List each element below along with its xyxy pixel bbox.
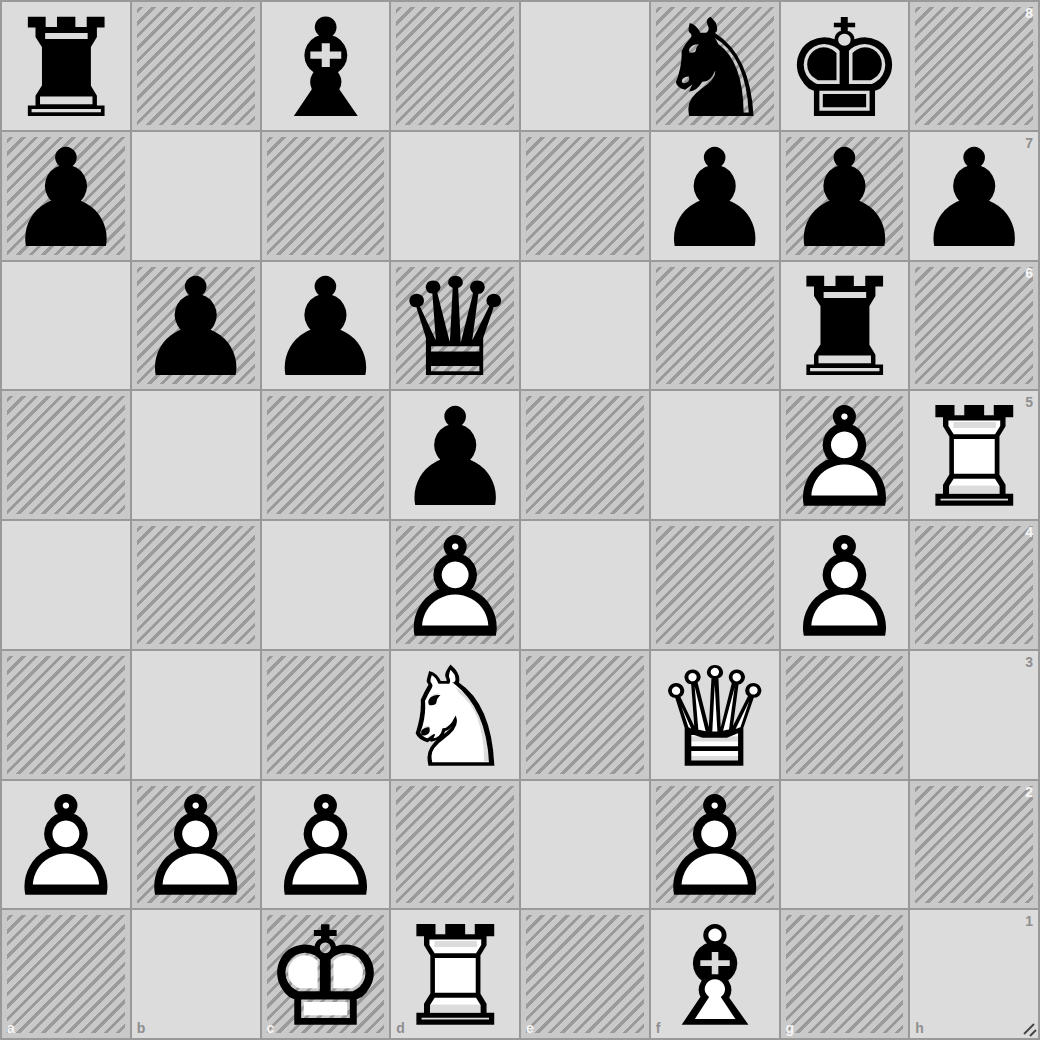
file-label-a: a bbox=[7, 1020, 15, 1036]
white-knight[interactable]: ♘ bbox=[391, 654, 519, 779]
square-b2[interactable]: ♟♙ bbox=[132, 781, 260, 909]
square-f8[interactable]: ♞ bbox=[651, 2, 779, 130]
resize-grip-icon[interactable] bbox=[1023, 1023, 1037, 1037]
square-f2[interactable]: ♟♙ bbox=[651, 781, 779, 909]
rank-label-4: 4 bbox=[1025, 524, 1033, 540]
file-label-g: g bbox=[786, 1020, 795, 1036]
file-label-h: h bbox=[915, 1020, 924, 1036]
square-d8[interactable] bbox=[391, 2, 519, 130]
square-a2[interactable]: ♟♙ bbox=[2, 781, 130, 909]
square-e8[interactable] bbox=[521, 2, 649, 130]
rank-label-2: 2 bbox=[1025, 784, 1033, 800]
square-g5[interactable]: ♟♙ bbox=[781, 391, 909, 519]
black-pawn[interactable]: ♟ bbox=[132, 265, 260, 390]
chess-board: ♜♝♞♚8♟♟♟♟7♟♟♛♜6♟♟♙♜♖5♟♙♟♙4♞♘♛♕3♟♙♟♙♟♙♟♙2… bbox=[0, 0, 1040, 1040]
square-c6[interactable]: ♟ bbox=[262, 262, 390, 390]
white-pawn[interactable]: ♙ bbox=[651, 784, 779, 909]
black-queen[interactable]: ♛ bbox=[391, 265, 519, 390]
square-a8[interactable]: ♜ bbox=[2, 2, 130, 130]
black-pawn[interactable]: ♟ bbox=[2, 135, 130, 260]
square-g3[interactable] bbox=[781, 651, 909, 779]
square-h8[interactable]: 8 bbox=[910, 2, 1038, 130]
square-e4[interactable] bbox=[521, 521, 649, 649]
black-pawn[interactable]: ♟ bbox=[651, 135, 779, 260]
rank-label-6: 6 bbox=[1025, 265, 1033, 281]
square-f4[interactable] bbox=[651, 521, 779, 649]
square-e7[interactable] bbox=[521, 132, 649, 260]
square-c7[interactable] bbox=[262, 132, 390, 260]
square-e5[interactable] bbox=[521, 391, 649, 519]
square-d7[interactable] bbox=[391, 132, 519, 260]
square-d4[interactable]: ♟♙ bbox=[391, 521, 519, 649]
square-h7[interactable]: ♟7 bbox=[910, 132, 1038, 260]
square-d3[interactable]: ♞♘ bbox=[391, 651, 519, 779]
square-e6[interactable] bbox=[521, 262, 649, 390]
rank-label-8: 8 bbox=[1025, 5, 1033, 21]
white-pawn[interactable]: ♙ bbox=[391, 524, 519, 649]
white-king[interactable]: ♔ bbox=[262, 913, 390, 1038]
square-a4[interactable] bbox=[2, 521, 130, 649]
square-g8[interactable]: ♚ bbox=[781, 2, 909, 130]
square-c3[interactable] bbox=[262, 651, 390, 779]
white-rook[interactable]: ♖ bbox=[910, 394, 1038, 519]
square-b7[interactable] bbox=[132, 132, 260, 260]
black-rook[interactable]: ♜ bbox=[2, 5, 130, 130]
white-bishop[interactable]: ♗ bbox=[651, 913, 779, 1038]
square-a5[interactable] bbox=[2, 391, 130, 519]
square-c2[interactable]: ♟♙ bbox=[262, 781, 390, 909]
square-h6[interactable]: 6 bbox=[910, 262, 1038, 390]
square-f5[interactable] bbox=[651, 391, 779, 519]
white-pawn[interactable]: ♙ bbox=[262, 784, 390, 909]
white-rook[interactable]: ♖ bbox=[391, 913, 519, 1038]
square-h5[interactable]: ♜♖5 bbox=[910, 391, 1038, 519]
white-queen[interactable]: ♕ bbox=[651, 654, 779, 779]
square-g2[interactable] bbox=[781, 781, 909, 909]
square-h1[interactable]: 1h bbox=[910, 910, 1038, 1038]
file-label-e: e bbox=[526, 1020, 534, 1036]
black-king[interactable]: ♚ bbox=[781, 5, 909, 130]
square-h4[interactable]: 4 bbox=[910, 521, 1038, 649]
square-e1[interactable]: e bbox=[521, 910, 649, 1038]
square-d1[interactable]: ♜♖d bbox=[391, 910, 519, 1038]
square-a3[interactable] bbox=[2, 651, 130, 779]
black-bishop[interactable]: ♝ bbox=[262, 5, 390, 130]
square-c5[interactable] bbox=[262, 391, 390, 519]
square-b6[interactable]: ♟ bbox=[132, 262, 260, 390]
square-a7[interactable]: ♟ bbox=[2, 132, 130, 260]
black-rook[interactable]: ♜ bbox=[781, 265, 909, 390]
square-b8[interactable] bbox=[132, 2, 260, 130]
square-g7[interactable]: ♟ bbox=[781, 132, 909, 260]
black-pawn[interactable]: ♟ bbox=[262, 265, 390, 390]
file-label-b: b bbox=[137, 1020, 146, 1036]
black-knight[interactable]: ♞ bbox=[651, 5, 779, 130]
square-b4[interactable] bbox=[132, 521, 260, 649]
square-h3[interactable]: 3 bbox=[910, 651, 1038, 779]
square-f1[interactable]: ♝♗f bbox=[651, 910, 779, 1038]
black-pawn[interactable]: ♟ bbox=[391, 394, 519, 519]
square-b1[interactable]: b bbox=[132, 910, 260, 1038]
square-g6[interactable]: ♜ bbox=[781, 262, 909, 390]
square-d6[interactable]: ♛ bbox=[391, 262, 519, 390]
white-pawn[interactable]: ♙ bbox=[781, 394, 909, 519]
square-c4[interactable] bbox=[262, 521, 390, 649]
square-b5[interactable] bbox=[132, 391, 260, 519]
square-c8[interactable]: ♝ bbox=[262, 2, 390, 130]
white-pawn[interactable]: ♙ bbox=[2, 784, 130, 909]
rank-label-1: 1 bbox=[1025, 913, 1033, 929]
square-a6[interactable] bbox=[2, 262, 130, 390]
square-h2[interactable]: 2 bbox=[910, 781, 1038, 909]
square-d2[interactable] bbox=[391, 781, 519, 909]
square-c1[interactable]: ♚♔c bbox=[262, 910, 390, 1038]
square-b3[interactable] bbox=[132, 651, 260, 779]
square-a1[interactable]: a bbox=[2, 910, 130, 1038]
square-f7[interactable]: ♟ bbox=[651, 132, 779, 260]
square-g1[interactable]: g bbox=[781, 910, 909, 1038]
white-pawn[interactable]: ♙ bbox=[132, 784, 260, 909]
square-d5[interactable]: ♟ bbox=[391, 391, 519, 519]
rank-label-3: 3 bbox=[1025, 654, 1033, 670]
black-pawn[interactable]: ♟ bbox=[781, 135, 909, 260]
square-e2[interactable] bbox=[521, 781, 649, 909]
square-e3[interactable] bbox=[521, 651, 649, 779]
square-g4[interactable]: ♟♙ bbox=[781, 521, 909, 649]
black-pawn[interactable]: ♟ bbox=[910, 135, 1038, 260]
square-f3[interactable]: ♛♕ bbox=[651, 651, 779, 779]
square-f6[interactable] bbox=[651, 262, 779, 390]
white-pawn[interactable]: ♙ bbox=[781, 524, 909, 649]
